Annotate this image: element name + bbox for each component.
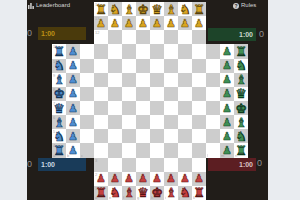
square-h14[interactable]: ♛ (150, 2, 164, 16)
piece-yellow-pawn-k13[interactable]: ♟ (192, 16, 206, 30)
square-d9[interactable] (94, 73, 108, 87)
cut-corner (234, 172, 248, 186)
rank-label: 11 (53, 44, 57, 49)
square-f13[interactable]: ♟ (122, 16, 136, 30)
square-b5[interactable]: ♟ (66, 129, 80, 143)
square-c11[interactable] (80, 44, 94, 58)
square-d4[interactable] (94, 143, 108, 157)
square-a9[interactable]: 9♝ (52, 73, 66, 87)
piece-yellow-pawn-f13[interactable]: ♟ (122, 16, 136, 30)
square-n5[interactable]: ♞ (234, 129, 248, 143)
file-label: i (165, 195, 166, 200)
square-e7[interactable] (108, 101, 122, 115)
square-j9[interactable] (178, 73, 192, 87)
square-i7[interactable] (164, 101, 178, 115)
square-m8[interactable]: ♟ (220, 87, 234, 101)
square-a8[interactable]: 8♚ (52, 87, 66, 101)
square-f2[interactable]: ♟ (122, 172, 136, 186)
square-m10[interactable]: ♟ (220, 59, 234, 73)
file-label: g (137, 195, 139, 200)
yellow-clock-time: 1:00 (41, 30, 55, 37)
square-i1[interactable]: i♝ (164, 186, 178, 200)
square-j8[interactable] (178, 87, 192, 101)
square-m5[interactable]: ♟ (220, 129, 234, 143)
rank-label: 7 (53, 101, 55, 106)
piece-yellow-pawn-h13[interactable]: ♟ (150, 16, 164, 30)
cut-corner (206, 186, 220, 200)
red-clock-time: 1:00 (239, 161, 253, 168)
square-e9[interactable] (108, 73, 122, 87)
square-l9[interactable] (206, 73, 220, 87)
file-label: k (193, 195, 195, 200)
cut-corner (220, 186, 234, 200)
piece-green-knight-n5[interactable]: ♞ (234, 129, 248, 143)
square-g6[interactable] (136, 115, 150, 129)
square-n9[interactable]: ♝ (234, 73, 248, 87)
square-h4[interactable] (150, 143, 164, 157)
square-f5[interactable] (122, 129, 136, 143)
leaderboard-icon (28, 3, 34, 9)
square-h5[interactable] (150, 129, 164, 143)
square-e5[interactable] (108, 129, 122, 143)
piece-green-pawn-m11[interactable]: ♟ (220, 44, 234, 58)
square-j7[interactable] (178, 101, 192, 115)
square-n4[interactable]: n♜ (234, 143, 248, 157)
cut-corner (80, 172, 94, 186)
cut-corner (234, 2, 248, 16)
square-g1[interactable]: g♛ (136, 186, 150, 200)
green-clock: 1:00 (208, 28, 256, 41)
piece-blue-pawn-b8[interactable]: ♟ (66, 87, 80, 101)
square-h2[interactable]: ♟ (150, 172, 164, 186)
square-e3[interactable] (108, 158, 122, 172)
square-l7[interactable] (206, 101, 220, 115)
square-k3[interactable] (192, 158, 206, 172)
square-g9[interactable] (136, 73, 150, 87)
piece-green-pawn-m6[interactable]: ♟ (220, 115, 234, 129)
square-h7[interactable] (150, 101, 164, 115)
square-j2[interactable]: ♟ (178, 172, 192, 186)
square-h1[interactable]: h♚ (150, 186, 164, 200)
square-d3[interactable]: 3 (94, 158, 108, 172)
square-b6[interactable]: ♟ (66, 115, 80, 129)
rank-label: 4 (53, 143, 55, 148)
square-h8[interactable] (150, 87, 164, 101)
square-l6[interactable] (206, 115, 220, 129)
square-k4[interactable] (192, 143, 206, 157)
square-c10[interactable] (80, 59, 94, 73)
cut-corner (52, 172, 66, 186)
piece-green-pawn-m5[interactable]: ♟ (220, 129, 234, 143)
cut-corner (52, 2, 66, 16)
square-n8[interactable]: ♛ (234, 87, 248, 101)
rank-label: 10 (53, 59, 57, 64)
blue-clock-time: 1:00 (41, 161, 55, 168)
square-k10[interactable] (192, 59, 206, 73)
square-d14[interactable]: 14♜ (94, 2, 108, 16)
square-h11[interactable] (150, 44, 164, 58)
square-g13[interactable]: ♟ (136, 16, 150, 30)
square-e12[interactable] (108, 30, 122, 44)
rank-label: 3 (95, 158, 97, 163)
square-a10[interactable]: 10♞ (52, 59, 66, 73)
piece-red-pawn-g2[interactable]: ♟ (136, 172, 150, 186)
square-e11[interactable] (108, 44, 122, 58)
square-c7[interactable] (80, 101, 94, 115)
piece-blue-pawn-b5[interactable]: ♟ (66, 129, 80, 143)
piece-green-queen-n8[interactable]: ♛ (234, 87, 248, 101)
square-j6[interactable] (178, 115, 192, 129)
square-l4[interactable]: l (206, 143, 220, 157)
square-b4[interactable]: b♟ (66, 143, 80, 157)
square-k14[interactable]: ♜ (192, 2, 206, 16)
square-a6[interactable]: 6♝ (52, 115, 66, 129)
square-j4[interactable] (178, 143, 192, 157)
square-e10[interactable] (108, 59, 122, 73)
square-k9[interactable] (192, 73, 206, 87)
cut-corner (220, 2, 234, 16)
square-e13[interactable]: ♟ (108, 16, 122, 30)
file-label: h (151, 195, 153, 200)
square-f6[interactable] (122, 115, 136, 129)
square-h10[interactable] (150, 59, 164, 73)
piece-red-knight-j1[interactable]: ♞ (178, 186, 192, 200)
piece-yellow-rook-k14[interactable]: ♜ (192, 2, 206, 16)
square-l10[interactable] (206, 59, 220, 73)
yellow-score: 0 (27, 28, 32, 38)
square-n6[interactable]: ♝ (234, 115, 248, 129)
square-j10[interactable] (178, 59, 192, 73)
square-f9[interactable] (122, 73, 136, 87)
piece-yellow-knight-e14[interactable]: ♞ (108, 2, 122, 16)
square-b9[interactable]: ♟ (66, 73, 80, 87)
rank-label: 1 (95, 186, 97, 191)
square-k12[interactable] (192, 30, 206, 44)
rank-label: 9 (53, 73, 55, 78)
square-g3[interactable] (136, 158, 150, 172)
square-b8[interactable]: ♟ (66, 87, 80, 101)
square-g11[interactable] (136, 44, 150, 58)
square-k8[interactable] (192, 87, 206, 101)
square-j14[interactable]: ♞ (178, 2, 192, 16)
piece-yellow-queen-h14[interactable]: ♛ (150, 2, 164, 16)
square-i9[interactable] (164, 73, 178, 87)
square-a7[interactable]: 7♛ (52, 101, 66, 115)
square-d5[interactable] (94, 129, 108, 143)
square-d2[interactable]: 2♟ (94, 172, 108, 186)
square-g14[interactable]: ♚ (136, 2, 150, 16)
piece-yellow-pawn-g13[interactable]: ♟ (136, 16, 150, 30)
piece-red-pawn-j2[interactable]: ♟ (178, 172, 192, 186)
square-m4[interactable]: m♟ (220, 143, 234, 157)
square-f7[interactable] (122, 101, 136, 115)
square-d12[interactable]: 12 (94, 30, 108, 44)
square-k11[interactable] (192, 44, 206, 58)
yellow-clock: 1:00 (38, 27, 86, 40)
cut-corner (80, 2, 94, 16)
cut-corner (66, 172, 80, 186)
file-label: d (95, 195, 97, 200)
square-i14[interactable]: ♝ (164, 2, 178, 16)
square-d1[interactable]: 1d♜ (94, 186, 108, 200)
green-score: 0 (259, 29, 264, 39)
rank-label: 5 (53, 129, 55, 134)
square-g2[interactable]: ♟ (136, 172, 150, 186)
square-k6[interactable] (192, 115, 206, 129)
square-l8[interactable] (206, 87, 220, 101)
green-clock-time: 1:00 (239, 31, 253, 38)
square-e8[interactable] (108, 87, 122, 101)
square-f10[interactable] (122, 59, 136, 73)
square-a4[interactable]: 4a♜ (52, 143, 66, 157)
blue-score: 0 (27, 159, 32, 169)
square-b11[interactable]: ♟ (66, 44, 80, 58)
square-c6[interactable] (80, 115, 94, 129)
square-m7[interactable]: ♟ (220, 101, 234, 115)
piece-blue-pawn-b9[interactable]: ♟ (66, 73, 80, 87)
red-clock: 1:00 (208, 158, 256, 171)
square-j5[interactable] (178, 129, 192, 143)
square-i4[interactable] (164, 143, 178, 157)
square-n11[interactable]: ♜ (234, 44, 248, 58)
rank-label: 13 (95, 16, 99, 21)
square-d8[interactable] (94, 87, 108, 101)
piece-yellow-pawn-j13[interactable]: ♟ (178, 16, 192, 30)
square-e2[interactable]: ♟ (108, 172, 122, 186)
square-a11[interactable]: 11♜ (52, 44, 66, 58)
piece-red-pawn-f2[interactable]: ♟ (122, 172, 136, 186)
square-k5[interactable] (192, 129, 206, 143)
square-h9[interactable] (150, 73, 164, 87)
piece-yellow-bishop-i14[interactable]: ♝ (164, 2, 178, 16)
piece-red-bishop-i1[interactable]: ♝ (164, 186, 178, 200)
blue-clock: 1:00 (38, 158, 86, 171)
piece-red-pawn-e2[interactable]: ♟ (108, 172, 122, 186)
square-g7[interactable] (136, 101, 150, 115)
cut-corner (234, 186, 248, 200)
square-j12[interactable] (178, 30, 192, 44)
square-l5[interactable] (206, 129, 220, 143)
square-b7[interactable]: ♟ (66, 101, 80, 115)
cut-corner (206, 2, 220, 16)
square-g4[interactable] (136, 143, 150, 157)
square-c4[interactable]: c (80, 143, 94, 157)
piece-red-pawn-i2[interactable]: ♟ (164, 172, 178, 186)
piece-green-bishop-n9[interactable]: ♝ (234, 73, 248, 87)
square-f3[interactable] (122, 158, 136, 172)
piece-blue-pawn-b10[interactable]: ♟ (66, 59, 80, 73)
square-j1[interactable]: j♞ (178, 186, 192, 200)
rank-label: 12 (95, 30, 99, 35)
piece-blue-pawn-b7[interactable]: ♟ (66, 101, 80, 115)
file-label: j (179, 195, 180, 200)
square-i8[interactable] (164, 87, 178, 101)
square-a5[interactable]: 5♞ (52, 129, 66, 143)
square-i6[interactable] (164, 115, 178, 129)
square-n10[interactable]: ♞ (234, 59, 248, 73)
square-d13[interactable]: 13♟ (94, 16, 108, 30)
cut-corner (220, 172, 234, 186)
cut-corner (52, 186, 66, 200)
square-f11[interactable] (122, 44, 136, 58)
square-d7[interactable] (94, 101, 108, 115)
square-l11[interactable] (206, 44, 220, 58)
piece-green-knight-n10[interactable]: ♞ (234, 59, 248, 73)
square-f1[interactable]: f♝ (122, 186, 136, 200)
square-m6[interactable]: ♟ (220, 115, 234, 129)
square-j3[interactable] (178, 158, 192, 172)
square-k1[interactable]: k♜ (192, 186, 206, 200)
square-f12[interactable] (122, 30, 136, 44)
square-i12[interactable] (164, 30, 178, 44)
cut-corner (66, 2, 80, 16)
square-d6[interactable] (94, 115, 108, 129)
piece-yellow-pawn-e13[interactable]: ♟ (108, 16, 122, 30)
square-f8[interactable] (122, 87, 136, 101)
red-score: 0 (257, 158, 262, 168)
square-i11[interactable] (164, 44, 178, 58)
square-g5[interactable] (136, 129, 150, 143)
piece-yellow-bishop-f14[interactable]: ♝ (122, 2, 136, 16)
piece-blue-pawn-b6[interactable]: ♟ (66, 115, 80, 129)
square-b10[interactable]: ♟ (66, 59, 80, 73)
piece-green-pawn-m10[interactable]: ♟ (220, 59, 234, 73)
square-d11[interactable] (94, 44, 108, 58)
rank-label: 6 (53, 115, 55, 120)
file-label: e (109, 195, 111, 200)
square-h3[interactable] (150, 158, 164, 172)
cut-corner (66, 186, 80, 200)
piece-yellow-king-g14[interactable]: ♚ (136, 2, 150, 16)
piece-green-pawn-m9[interactable]: ♟ (220, 73, 234, 87)
square-j13[interactable]: ♟ (178, 16, 192, 30)
square-g10[interactable] (136, 59, 150, 73)
square-c9[interactable] (80, 73, 94, 87)
square-h6[interactable] (150, 115, 164, 129)
piece-green-rook-n11[interactable]: ♜ (234, 44, 248, 58)
piece-red-pawn-h2[interactable]: ♟ (150, 172, 164, 186)
piece-green-bishop-n6[interactable]: ♝ (234, 115, 248, 129)
square-f14[interactable]: ♝ (122, 2, 136, 16)
square-f4[interactable] (122, 143, 136, 157)
piece-blue-pawn-b11[interactable]: ♟ (66, 44, 80, 58)
piece-yellow-pawn-i13[interactable]: ♟ (164, 16, 178, 30)
square-c5[interactable] (80, 129, 94, 143)
square-n7[interactable]: ♚ (234, 101, 248, 115)
square-e1[interactable]: e♞ (108, 186, 122, 200)
cut-corner (206, 172, 220, 186)
piece-green-king-n7[interactable]: ♚ (234, 101, 248, 115)
square-i13[interactable]: ♟ (164, 16, 178, 30)
square-k2[interactable]: ♟ (192, 172, 206, 186)
square-m11[interactable]: ♟ (220, 44, 234, 58)
square-g8[interactable] (136, 87, 150, 101)
piece-yellow-knight-j14[interactable]: ♞ (178, 2, 192, 16)
square-j11[interactable] (178, 44, 192, 58)
square-d10[interactable] (94, 59, 108, 73)
rank-label: 14 (95, 2, 99, 7)
square-i5[interactable] (164, 129, 178, 143)
square-c8[interactable] (80, 87, 94, 101)
square-h12[interactable] (150, 30, 164, 44)
square-i2[interactable]: ♟ (164, 172, 178, 186)
square-k7[interactable] (192, 101, 206, 115)
file-label: f (123, 195, 124, 200)
square-e4[interactable] (108, 143, 122, 157)
square-h13[interactable]: ♟ (150, 16, 164, 30)
square-e6[interactable] (108, 115, 122, 129)
cut-corner (80, 186, 94, 200)
square-m9[interactable]: ♟ (220, 73, 234, 87)
piece-green-pawn-m7[interactable]: ♟ (220, 101, 234, 115)
rank-label: 8 (53, 87, 55, 92)
square-i10[interactable] (164, 59, 178, 73)
rank-label: 2 (95, 172, 97, 177)
piece-green-pawn-m8[interactable]: ♟ (220, 87, 234, 101)
square-k13[interactable]: ♟ (192, 16, 206, 30)
square-e14[interactable]: ♞ (108, 2, 122, 16)
piece-red-pawn-k2[interactable]: ♟ (192, 172, 206, 186)
square-i3[interactable] (164, 158, 178, 172)
square-g12[interactable] (136, 30, 150, 44)
